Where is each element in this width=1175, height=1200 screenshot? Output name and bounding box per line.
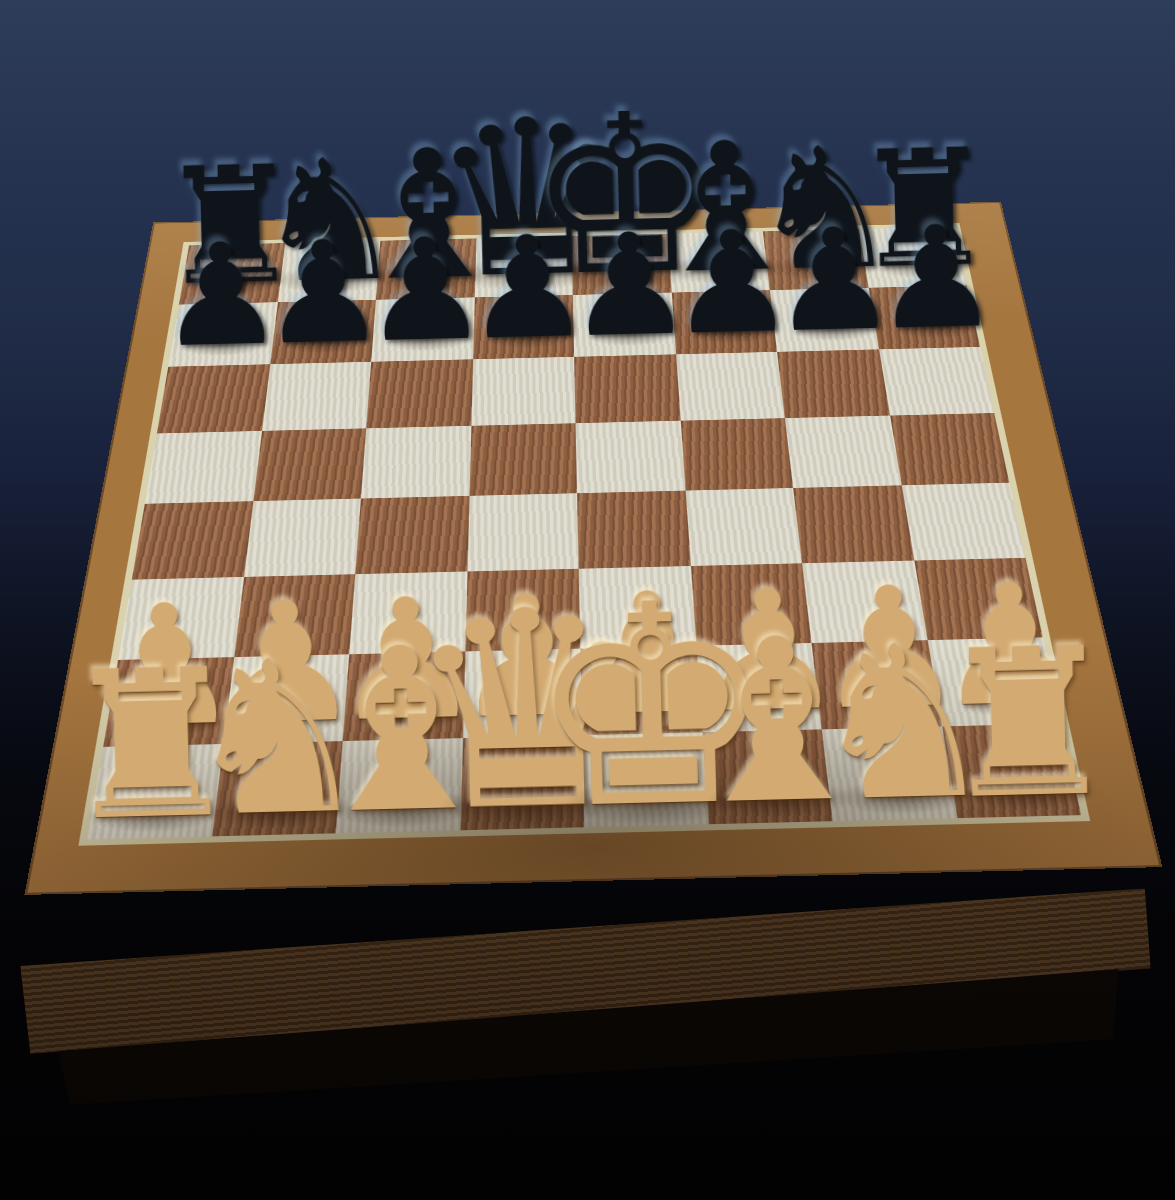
chess-photo-scene: ♜♞♝♛♚♝♞♜♟♟♟♟♟♟♟♟♟♟♟♟♟♟♟♟♜♞♝♛♚♝♞♜ xyxy=(0,0,1175,1200)
square-h5 xyxy=(889,413,1009,486)
square-c5 xyxy=(361,425,471,498)
black-pawn-h7: ♟ xyxy=(872,207,1001,351)
square-a5 xyxy=(145,431,262,504)
square-d5 xyxy=(469,423,577,496)
square-b5 xyxy=(253,428,366,501)
square-g5 xyxy=(785,415,901,488)
white-rook-h1: ♜ xyxy=(934,620,1121,828)
square-f5 xyxy=(680,418,793,491)
board-assembly: ♜♞♝♛♚♝♞♜♟♟♟♟♟♟♟♟♟♟♟♟♟♟♟♟♜♞♝♛♚♝♞♜ xyxy=(0,0,1175,1200)
square-e5 xyxy=(576,420,686,493)
